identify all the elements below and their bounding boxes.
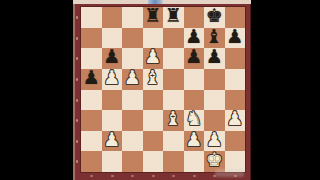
square-c8 [122, 7, 143, 28]
square-c5: ♟ [122, 69, 143, 90]
piece-white-knight-f3: ♞ [184, 108, 205, 129]
square-a1 [81, 151, 102, 172]
square-d8: ♜ [143, 7, 164, 28]
square-e6 [163, 48, 184, 69]
chess-board-frame: ♜♜♚♟♝♟♟♟♟♟♟♟♟♝♝♞♟♟♟♟♚ [73, 0, 251, 180]
piece-white-pawn-c5: ♟ [122, 67, 143, 88]
rank-mark [76, 119, 78, 122]
square-a2 [81, 131, 102, 152]
square-f1 [184, 151, 205, 172]
square-c3 [122, 110, 143, 131]
square-d4 [143, 90, 164, 111]
piece-black-pawn-h7: ♟ [225, 26, 246, 47]
piece-white-bishop-d5: ♝ [143, 67, 164, 88]
piece-black-pawn-f6: ♟ [184, 46, 205, 67]
piece-white-pawn-f2: ♟ [184, 129, 205, 150]
rank-mark [76, 37, 78, 40]
square-c4 [122, 90, 143, 111]
square-a7 [81, 28, 102, 49]
piece-black-rook-d8: ♜ [143, 5, 164, 26]
square-c7 [122, 28, 143, 49]
square-h7: ♟ [225, 28, 246, 49]
square-b2: ♟ [102, 131, 123, 152]
rank-mark [76, 99, 78, 102]
square-d3 [143, 110, 164, 131]
square-d2 [143, 131, 164, 152]
square-d5: ♝ [143, 69, 164, 90]
square-e2 [163, 131, 184, 152]
square-g4 [204, 90, 225, 111]
square-a3 [81, 110, 102, 131]
square-e8: ♜ [163, 7, 184, 28]
rank-mark [76, 78, 78, 81]
square-b5: ♟ [102, 69, 123, 90]
square-f6: ♟ [184, 48, 205, 69]
chess-board: ♜♜♚♟♝♟♟♟♟♟♟♟♟♝♝♞♟♟♟♟♚ [81, 7, 245, 172]
file-mark [152, 175, 155, 177]
piece-white-king-g1: ♚ [204, 149, 225, 170]
piece-black-bishop-g7: ♝ [204, 26, 225, 47]
piece-white-bishop-e3: ♝ [163, 108, 184, 129]
square-g6: ♟ [204, 48, 225, 69]
video-frame[interactable]: ♜♜♚♟♝♟♟♟♟♟♟♟♟♝♝♞♟♟♟♟♚ [0, 0, 320, 180]
file-mark [193, 175, 196, 177]
square-h2 [225, 131, 246, 152]
piece-white-pawn-d6: ♟ [143, 46, 164, 67]
square-c1 [122, 151, 143, 172]
piece-black-pawn-f7: ♟ [184, 26, 205, 47]
letterbox-right [251, 0, 320, 180]
square-f5 [184, 69, 205, 90]
watermark-smudge [215, 169, 244, 177]
file-mark [131, 175, 134, 177]
ui-fragment-blue [148, 0, 163, 4]
square-g5 [204, 69, 225, 90]
square-h3: ♟ [225, 110, 246, 131]
piece-black-king-g8: ♚ [204, 5, 225, 26]
letterbox-left [0, 0, 73, 180]
piece-black-pawn-a5: ♟ [81, 67, 102, 88]
rank-mark [76, 57, 78, 60]
square-b4 [102, 90, 123, 111]
square-c2 [122, 131, 143, 152]
piece-black-rook-e8: ♜ [163, 5, 184, 26]
square-a8 [81, 7, 102, 28]
square-d1 [143, 151, 164, 172]
piece-white-pawn-b5: ♟ [102, 67, 123, 88]
piece-black-pawn-g6: ♟ [204, 46, 225, 67]
piece-white-pawn-g2: ♟ [204, 129, 225, 150]
piece-black-pawn-b6: ♟ [102, 46, 123, 67]
file-mark [111, 175, 114, 177]
file-mark [90, 175, 93, 177]
square-e3: ♝ [163, 110, 184, 131]
square-f2: ♟ [184, 131, 205, 152]
square-a5: ♟ [81, 69, 102, 90]
piece-white-pawn-b2: ♟ [102, 129, 123, 150]
rank-mark [76, 16, 78, 19]
square-e1 [163, 151, 184, 172]
top-edge-strip [73, 0, 251, 4]
rank-mark [76, 160, 78, 163]
square-b1 [102, 151, 123, 172]
rank-mark [76, 140, 78, 143]
square-b8 [102, 7, 123, 28]
square-h5 [225, 69, 246, 90]
square-h6 [225, 48, 246, 69]
square-a4 [81, 90, 102, 111]
file-mark [172, 175, 175, 177]
square-e5 [163, 69, 184, 90]
square-e7 [163, 28, 184, 49]
piece-white-pawn-h3: ♟ [225, 108, 246, 129]
